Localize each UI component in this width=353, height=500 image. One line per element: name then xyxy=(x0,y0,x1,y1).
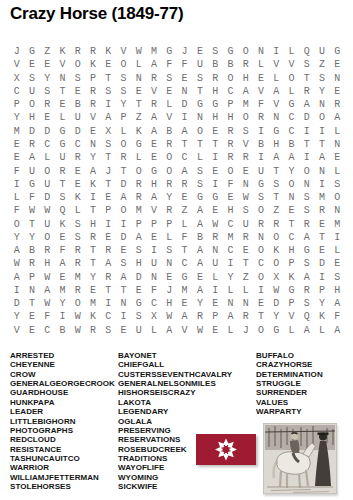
grid-cell: G xyxy=(55,138,70,151)
grid-cell: Y xyxy=(314,297,329,310)
grid-cell: N xyxy=(238,178,253,191)
grid-cell: O xyxy=(253,271,268,284)
grid-cell: S xyxy=(131,310,146,323)
grid-cell: K xyxy=(269,244,284,257)
word-item: WYOMING xyxy=(118,473,232,482)
grid-cell: E xyxy=(284,204,299,217)
grid-cell: D xyxy=(40,125,55,138)
grid-cell: T xyxy=(314,138,329,151)
grid-cell: R xyxy=(70,151,85,164)
grid-cell: U xyxy=(24,164,39,177)
grid-cell: U xyxy=(238,217,253,230)
grid-cell: S xyxy=(192,164,207,177)
grid-cell: E xyxy=(177,72,192,85)
grid-cell: W xyxy=(192,324,207,337)
grid-cell: H xyxy=(223,111,238,124)
grid-cell: R xyxy=(330,98,345,111)
grid-cell: L xyxy=(162,231,177,244)
grid-cell: H xyxy=(269,138,284,151)
grid-cell: Y xyxy=(85,151,100,164)
grid-cell: M xyxy=(314,191,329,204)
grid-cell: R xyxy=(101,271,116,284)
word-item: TASHUNCAUITCO xyxy=(10,454,115,463)
grid-cell: V xyxy=(146,85,161,98)
grid-cell: W xyxy=(40,297,55,310)
grid-cell: R xyxy=(116,151,131,164)
grid-cell: L xyxy=(253,58,268,71)
grid-cell: L xyxy=(116,125,131,138)
grid-cell: S xyxy=(238,125,253,138)
grid-cell: R xyxy=(162,138,177,151)
word-item: OGLALA xyxy=(118,417,232,426)
grid-cell: N xyxy=(223,297,238,310)
grid-cell: V xyxy=(162,111,177,124)
grid-cell: R xyxy=(70,244,85,257)
word-item: WARRIOR xyxy=(10,463,115,472)
grid-cell: U xyxy=(24,85,39,98)
grid-cell: T xyxy=(269,164,284,177)
grid-cell: W xyxy=(131,45,146,58)
grid-cell: F xyxy=(9,164,24,177)
grid-cell: O xyxy=(40,231,55,244)
grid-cell: P xyxy=(284,297,299,310)
grid-cell: S xyxy=(299,191,314,204)
grid-cell: C xyxy=(101,310,116,323)
grid-cell: E xyxy=(24,58,39,71)
grid-cell: I xyxy=(208,178,223,191)
grid-cell: E xyxy=(162,271,177,284)
grid-cell: B xyxy=(284,138,299,151)
word-item: SURRENDER xyxy=(256,388,323,397)
grid-cell: R xyxy=(70,45,85,58)
grid-cell: E xyxy=(9,138,24,151)
grid-cell: S xyxy=(101,324,116,337)
grid-cell: L xyxy=(146,324,161,337)
grid-cell: T xyxy=(85,204,100,217)
grid-cell: E xyxy=(208,125,223,138)
grid-cell: V xyxy=(9,324,24,337)
grid-cell: B xyxy=(223,58,238,71)
grid-cell: U xyxy=(253,164,268,177)
grid-cell: E xyxy=(314,217,329,230)
word-item: ARRESTED xyxy=(10,351,115,360)
grid-cell: A xyxy=(55,257,70,270)
grid-cell: O xyxy=(253,324,268,337)
grid-cell: Y xyxy=(55,297,70,310)
grid-cell: R xyxy=(55,164,70,177)
grid-cell: L xyxy=(269,72,284,85)
grid-cell: L xyxy=(162,98,177,111)
grid-cell: T xyxy=(85,257,100,270)
grid-cell: D xyxy=(177,98,192,111)
grid-cell: C xyxy=(223,85,238,98)
word-item: CHIEFGALL xyxy=(118,360,232,369)
grid-cell: E xyxy=(238,244,253,257)
grid-cell: Y xyxy=(9,111,24,124)
grid-cell: U xyxy=(70,111,85,124)
grid-cell: R xyxy=(24,257,39,270)
grid-cell: N xyxy=(116,297,131,310)
grid-cell: N xyxy=(162,257,177,270)
grid-cell: T xyxy=(253,310,268,323)
grid-cell: V xyxy=(55,58,70,71)
grid-cell: E xyxy=(177,297,192,310)
grid-cell: O xyxy=(299,164,314,177)
grid-cell: A xyxy=(223,310,238,323)
grid-cell: J xyxy=(9,45,24,58)
grid-cell: T xyxy=(131,98,146,111)
grid-cell: E xyxy=(116,324,131,337)
grid-cell: Z xyxy=(131,111,146,124)
grid-cell: G xyxy=(299,244,314,257)
grid-cell: L xyxy=(238,284,253,297)
grid-cell: R xyxy=(253,217,268,230)
grid-cell: I xyxy=(223,257,238,270)
grid-cell: X xyxy=(269,271,284,284)
grid-cell: E xyxy=(40,111,55,124)
grid-cell: G xyxy=(192,191,207,204)
grid-cell: I xyxy=(299,151,314,164)
grid-cell: A xyxy=(116,271,131,284)
word-item: BUFFALO xyxy=(256,351,323,360)
grid-cell: Y xyxy=(314,85,329,98)
grid-cell: B xyxy=(192,231,207,244)
grid-cell: C xyxy=(284,231,299,244)
grid-cell: U xyxy=(131,324,146,337)
grid-cell: E xyxy=(253,297,268,310)
word-item: LAKOTA xyxy=(118,398,232,407)
grid-cell: I xyxy=(314,178,329,191)
grid-cell: C xyxy=(177,257,192,270)
grid-cell: M xyxy=(55,284,70,297)
grid-cell: W xyxy=(269,284,284,297)
grid-cell: I xyxy=(253,125,268,138)
grid-cell: R xyxy=(70,284,85,297)
grid-cell: S xyxy=(55,191,70,204)
grid-cell: G xyxy=(253,178,268,191)
grid-cell: A xyxy=(146,125,161,138)
grid-cell: E xyxy=(116,244,131,257)
grid-cell: E xyxy=(192,271,207,284)
grid-cell: I xyxy=(101,297,116,310)
grid-cell: F xyxy=(55,244,70,257)
grid-cell: O xyxy=(162,151,177,164)
grid-cell: Z xyxy=(177,204,192,217)
grid-cell: S xyxy=(253,191,268,204)
grid-cell: K xyxy=(70,191,85,204)
grid-cell: A xyxy=(40,284,55,297)
grid-cell: T xyxy=(177,244,192,257)
grid-cell: O xyxy=(131,164,146,177)
grid-cell: S xyxy=(24,72,39,85)
grid-cell: K xyxy=(101,45,116,58)
grid-cell: O xyxy=(330,191,345,204)
grid-cell: R xyxy=(208,72,223,85)
grid-cell: K xyxy=(131,125,146,138)
grid-cell: Y xyxy=(40,72,55,85)
grid-cell: K xyxy=(284,271,299,284)
grid-cell: H xyxy=(146,178,161,191)
grid-cell: E xyxy=(24,310,39,323)
grid-cell: A xyxy=(9,244,24,257)
grid-cell: B xyxy=(70,98,85,111)
grid-cell: E xyxy=(146,151,161,164)
grid-cell: A xyxy=(146,111,161,124)
grid-cell: Q xyxy=(299,310,314,323)
grid-cell: S xyxy=(70,231,85,244)
grid-cell: P xyxy=(162,217,177,230)
grid-cell: S xyxy=(162,72,177,85)
grid-cell: T xyxy=(299,72,314,85)
grid-cell: L xyxy=(284,45,299,58)
grid-cell: E xyxy=(208,204,223,217)
grid-cell: W xyxy=(40,204,55,217)
grid-cell: R xyxy=(85,324,100,337)
grid-cell: R xyxy=(299,85,314,98)
grid-cell: Q xyxy=(55,204,70,217)
grid-cell: N xyxy=(131,72,146,85)
word-item: BAYONET xyxy=(118,351,232,360)
grid-cell: E xyxy=(70,85,85,98)
grid-cell: D xyxy=(116,178,131,191)
grid-cell: M xyxy=(85,297,100,310)
grid-cell: T xyxy=(101,178,116,191)
grid-cell: P xyxy=(314,284,329,297)
grid-cell: V xyxy=(253,85,268,98)
grid-cell: L xyxy=(131,58,146,71)
grid-cell: I xyxy=(299,125,314,138)
grid-cell: A xyxy=(192,257,207,270)
grid-cell: V xyxy=(269,58,284,71)
grid-cell: L xyxy=(284,85,299,98)
grid-cell: V xyxy=(116,45,131,58)
grid-cell: I xyxy=(116,310,131,323)
grid-cell: A xyxy=(192,284,207,297)
grid-cell: E xyxy=(85,125,100,138)
grid-cell: G xyxy=(269,324,284,337)
grid-cell: A xyxy=(177,310,192,323)
word-item: HUNKPAPA xyxy=(10,398,115,407)
grid-cell: N xyxy=(330,204,345,217)
grid-cell: A xyxy=(299,98,314,111)
grid-cell: P xyxy=(101,204,116,217)
grid-cell: A xyxy=(314,151,329,164)
grid-cell: D xyxy=(70,125,85,138)
grid-cell: C xyxy=(177,151,192,164)
grid-cell: M xyxy=(177,284,192,297)
grid-cell: A xyxy=(177,164,192,177)
grid-cell: O xyxy=(238,111,253,124)
engraving-graphic xyxy=(263,423,337,494)
grid-cell: V xyxy=(284,58,299,71)
grid-cell: E xyxy=(330,85,345,98)
grid-cell: O xyxy=(24,98,39,111)
grid-cell: N xyxy=(284,191,299,204)
grid-cell: E xyxy=(330,151,345,164)
grid-cell: S xyxy=(70,72,85,85)
grid-cell: L xyxy=(131,151,146,164)
grid-cell: U xyxy=(40,217,55,230)
grid-cell: R xyxy=(131,191,146,204)
grid-cell: C xyxy=(40,138,55,151)
grid-cell: Z xyxy=(269,204,284,217)
grid-cell: R xyxy=(238,58,253,71)
word-item: LITTLEBIGHORN xyxy=(10,417,115,426)
grid-cell: H xyxy=(24,111,39,124)
grid-cell: I xyxy=(253,284,268,297)
grid-cell: E xyxy=(146,231,161,244)
grid-cell: I xyxy=(314,271,329,284)
grid-cell: L xyxy=(9,191,24,204)
grid-cell: O xyxy=(314,111,329,124)
grid-cell: K xyxy=(85,58,100,71)
grid-cell: F xyxy=(40,310,55,323)
grid-cell: P xyxy=(85,72,100,85)
grid-cell: E xyxy=(238,164,253,177)
grid-cell: C xyxy=(40,324,55,337)
grid-cell: A xyxy=(85,164,100,177)
grid-cell: E xyxy=(162,85,177,98)
grid-cell: G xyxy=(208,191,223,204)
grid-cell: A xyxy=(9,271,24,284)
grid-cell: F xyxy=(177,231,192,244)
grid-cell: O xyxy=(70,58,85,71)
grid-cell: Y xyxy=(9,231,24,244)
grid-cell: N xyxy=(208,244,223,257)
grid-cell: B xyxy=(24,244,39,257)
grid-cell: S xyxy=(269,178,284,191)
grid-cell: R xyxy=(146,98,161,111)
grid-cell: A xyxy=(101,111,116,124)
grid-cell: J xyxy=(238,324,253,337)
grid-cell: J xyxy=(162,284,177,297)
grid-cell: G xyxy=(269,125,284,138)
grid-cell: U xyxy=(40,178,55,191)
grid-cell: F xyxy=(24,191,39,204)
grid-cell: S xyxy=(116,72,131,85)
grid-cell: A xyxy=(146,191,161,204)
grid-cell: N xyxy=(192,111,207,124)
grid-cell: O xyxy=(284,178,299,191)
grid-cell: S xyxy=(314,72,329,85)
grid-cell: J xyxy=(101,164,116,177)
grid-cell: K xyxy=(85,310,100,323)
grid-cell: I xyxy=(55,310,70,323)
oglala-flag-image xyxy=(196,434,256,465)
grid-cell: V xyxy=(85,111,100,124)
grid-cell: N xyxy=(85,138,100,151)
grid-cell: V xyxy=(146,204,161,217)
word-item: LEGENDARY xyxy=(118,407,232,416)
grid-cell: H xyxy=(223,204,238,217)
grid-cell: E xyxy=(131,85,146,98)
word-item: SICKWIFE xyxy=(118,482,232,491)
grid-cell: D xyxy=(131,271,146,284)
grid-cell: H xyxy=(284,244,299,257)
grid-cell: G xyxy=(55,125,70,138)
grid-cell: C xyxy=(223,217,238,230)
grid-cell: S xyxy=(116,85,131,98)
grid-cell: E xyxy=(85,284,100,297)
grid-cell: I xyxy=(269,45,284,58)
grid-cell: I xyxy=(146,244,161,257)
grid-cell: T xyxy=(299,138,314,151)
grid-cell: R xyxy=(162,204,177,217)
grid-cell: B xyxy=(253,138,268,151)
grid-cell: Y xyxy=(85,271,100,284)
grid-cell: Z xyxy=(40,45,55,58)
grid-cell: Y xyxy=(269,310,284,323)
grid-cell: E xyxy=(208,297,223,310)
grid-cell: R xyxy=(40,244,55,257)
grid-cell: E xyxy=(177,191,192,204)
grid-cell: L xyxy=(40,151,55,164)
grid-cell: H xyxy=(330,284,345,297)
grid-cell: Y xyxy=(284,164,299,177)
grid-cell: Q xyxy=(299,45,314,58)
grid-cell: T xyxy=(116,284,131,297)
grid-cell: O xyxy=(269,231,284,244)
grid-cell: G xyxy=(330,45,345,58)
grid-cell: E xyxy=(330,58,345,71)
grid-cell: I xyxy=(85,191,100,204)
grid-cell: R xyxy=(223,138,238,151)
grid-cell: M xyxy=(146,45,161,58)
grid-cell: B xyxy=(162,125,177,138)
grid-cell: R xyxy=(131,178,146,191)
grid-cell: V xyxy=(269,98,284,111)
grid-cell: N xyxy=(55,72,70,85)
grid-cell: P xyxy=(223,98,238,111)
grid-cell: O xyxy=(116,138,131,151)
grid-cell: T xyxy=(208,138,223,151)
grid-cell: D xyxy=(116,231,131,244)
word-item: HISHORSEISCRAZY xyxy=(118,388,232,397)
grid-cell: O xyxy=(238,45,253,58)
grid-cell: S xyxy=(330,178,345,191)
grid-cell: H xyxy=(85,217,100,230)
grid-cell: S xyxy=(208,45,223,58)
grid-cell: E xyxy=(55,271,70,284)
grid-cell: U xyxy=(55,151,70,164)
word-item: GENERALGEORGECROOK xyxy=(10,379,115,388)
grid-cell: R xyxy=(162,178,177,191)
grid-cell: O xyxy=(284,72,299,85)
grid-cell: I xyxy=(101,98,116,111)
grid-cell: N xyxy=(253,231,268,244)
grid-cell: H xyxy=(162,297,177,310)
grid-cell: R xyxy=(253,111,268,124)
grid-cell: A xyxy=(269,85,284,98)
grid-cell: A xyxy=(284,151,299,164)
grid-cell: N xyxy=(177,85,192,98)
grid-cell: N xyxy=(299,178,314,191)
puzzle-grid: JGZKRRKVWMGJESGONILQUGVEEVOKEOLAFFUBBRLV… xyxy=(9,45,345,337)
grid-cell: R xyxy=(101,244,116,257)
grid-cell: R xyxy=(24,138,39,151)
grid-cell: G xyxy=(24,178,39,191)
grid-cell: O xyxy=(162,164,177,177)
grid-cell: E xyxy=(70,178,85,191)
worksheet-page: Crazy Horse (1849-77) JGZKRRKVWMGJESGONI… xyxy=(0,0,353,500)
grid-cell: U xyxy=(146,257,161,270)
grid-cell: K xyxy=(85,178,100,191)
grid-cell: I xyxy=(330,231,345,244)
grid-cell: N xyxy=(238,297,253,310)
grid-cell: T xyxy=(284,217,299,230)
grid-cell: S xyxy=(40,85,55,98)
grid-cell: C xyxy=(284,111,299,124)
